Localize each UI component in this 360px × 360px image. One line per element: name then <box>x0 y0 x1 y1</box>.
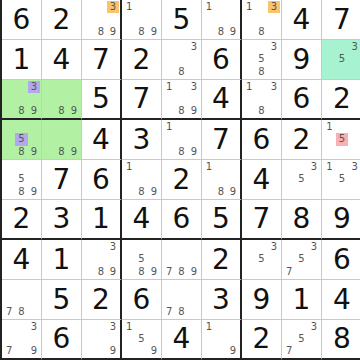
cell-r9c4[interactable]: 159 <box>122 320 162 360</box>
candidate-5: 5 <box>255 253 267 265</box>
candidate-8: 8 <box>15 105 27 117</box>
cell-r5c1[interactable]: 589 <box>2 160 42 200</box>
cell-r7c6[interactable]: 2 <box>202 240 242 280</box>
candidate-6 <box>28 173 40 185</box>
pencil-marks: 159 <box>123 321 160 357</box>
candidate-4 <box>243 53 255 65</box>
candidate-9: 9 <box>148 186 160 198</box>
candidate-7: 7 <box>163 306 175 318</box>
candidate-4 <box>163 93 175 105</box>
candidate-4 <box>163 133 175 145</box>
candidate-1 <box>243 41 255 53</box>
candidate-3 <box>148 321 160 333</box>
cell-r6c6[interactable]: 5 <box>202 200 242 240</box>
cell-r7c7[interactable]: 35 <box>242 240 282 280</box>
pencil-marks: 138 <box>243 1 280 38</box>
candidate-4 <box>123 333 135 345</box>
candidate-8 <box>336 66 349 78</box>
pencil-marks: 35 <box>323 41 360 78</box>
cell-value: 2 <box>242 320 281 358</box>
candidate-1 <box>3 281 15 293</box>
candidate-9 <box>348 186 360 198</box>
candidate-8 <box>255 266 267 278</box>
candidate-7 <box>163 146 175 158</box>
cell-r1c9[interactable]: 7 <box>322 0 360 40</box>
candidate-2 <box>55 81 67 93</box>
candidate-2 <box>175 121 187 133</box>
candidate-7 <box>3 146 15 158</box>
cell-value: 5 <box>82 80 120 118</box>
candidate-5 <box>255 93 267 105</box>
cell-r1c5[interactable]: 5 <box>162 0 202 40</box>
candidate-7: 7 <box>3 345 15 357</box>
cell-value: 3 <box>122 120 161 159</box>
candidate-1 <box>43 121 55 133</box>
candidate-1 <box>83 321 95 333</box>
cell-value: 7 <box>242 200 281 238</box>
candidate-3 <box>28 121 40 133</box>
candidate-2 <box>135 1 147 13</box>
candidate-4 <box>43 133 55 145</box>
candidate-1: 1 <box>123 161 135 173</box>
cell-r4c7[interactable]: 6 <box>242 120 282 160</box>
candidate-3 <box>68 81 80 93</box>
cell-r8c8[interactable]: 1 <box>282 280 322 320</box>
cell-value: 4 <box>242 160 281 199</box>
candidate-6 <box>28 133 40 145</box>
pencil-marks: 389 <box>83 241 119 278</box>
candidate-4 <box>83 253 95 265</box>
cell-r5c8[interactable]: 35 <box>282 160 322 200</box>
cell-r6c9[interactable]: 9 <box>322 200 360 240</box>
pencil-marks: 15 <box>323 121 360 158</box>
cell-r4c2[interactable]: 89 <box>42 120 82 160</box>
candidate-5 <box>175 293 187 305</box>
candidate-1 <box>323 41 336 53</box>
candidate-8: 8 <box>175 146 187 158</box>
candidate-3: 3 <box>268 81 280 93</box>
candidate-6 <box>148 13 160 25</box>
candidate-3 <box>188 241 200 253</box>
candidate-2 <box>215 321 227 333</box>
pencil-marks: 358 <box>243 41 280 78</box>
candidate-4 <box>123 253 135 265</box>
candidate-3 <box>348 121 360 133</box>
cell-value: 8 <box>322 320 360 358</box>
candidate-2 <box>336 161 349 173</box>
candidate-3 <box>227 1 239 13</box>
candidate-1: 1 <box>243 81 255 93</box>
cell-r2c4[interactable]: 2 <box>122 40 162 80</box>
cell-r1c8[interactable]: 4 <box>282 0 322 40</box>
candidate-7 <box>163 105 175 117</box>
candidate-2 <box>135 241 147 253</box>
candidate-5 <box>215 173 227 185</box>
candidate-5 <box>135 13 147 25</box>
pencil-marks: 78 <box>3 281 40 318</box>
candidate-3: 3 <box>348 41 360 53</box>
candidate-9: 9 <box>28 345 40 357</box>
candidate-6 <box>188 293 200 305</box>
cell-r3c2[interactable]: 89 <box>42 80 82 120</box>
cell-value: 1 <box>282 280 321 319</box>
candidate-6 <box>227 13 239 25</box>
candidate-3: 3 <box>268 41 280 53</box>
cell-r4c1[interactable]: 589 <box>2 120 42 160</box>
candidate-5 <box>215 333 227 345</box>
cell-r9c6[interactable]: 19 <box>202 320 242 360</box>
candidate-7 <box>163 66 175 78</box>
candidate-6 <box>148 173 160 185</box>
candidate-2 <box>215 161 227 173</box>
candidate-9: 9 <box>188 146 200 158</box>
candidate-5: 5 <box>336 53 349 65</box>
cell-value: 9 <box>242 280 281 319</box>
cell-r3c4[interactable]: 7 <box>122 80 162 120</box>
cell-r1c7[interactable]: 138 <box>242 0 282 40</box>
candidate-2 <box>255 81 267 93</box>
candidate-4 <box>3 93 15 105</box>
pencil-marks: 589 <box>123 241 160 278</box>
candidate-5 <box>215 13 227 25</box>
cell-value: 5 <box>42 280 81 319</box>
cell-r6c1[interactable]: 2 <box>2 200 42 240</box>
cell-r1c1[interactable]: 6 <box>2 0 42 40</box>
candidate-2 <box>295 161 307 173</box>
candidate-6 <box>348 133 360 145</box>
cell-r3c5[interactable]: 1389 <box>162 80 202 120</box>
cell-r2c7[interactable]: 358 <box>242 40 282 80</box>
pencil-marks: 357 <box>283 241 320 278</box>
candidate-5: 5 <box>15 173 27 185</box>
candidate-3: 3 <box>268 1 280 13</box>
cell-r6c2[interactable]: 3 <box>42 200 82 240</box>
cell-r9c7[interactable]: 2 <box>242 320 282 360</box>
cell-value: 6 <box>322 240 360 279</box>
candidate-9: 9 <box>28 146 40 158</box>
candidate-2 <box>175 81 187 93</box>
candidate-8: 8 <box>175 105 187 117</box>
candidate-7 <box>123 266 135 278</box>
cell-r2c8[interactable]: 9 <box>282 40 322 80</box>
candidate-4 <box>3 173 15 185</box>
candidate-7 <box>283 186 295 198</box>
candidate-2 <box>15 121 27 133</box>
cell-r3c3[interactable]: 5 <box>82 80 122 120</box>
candidate-9 <box>308 186 320 198</box>
candidate-4 <box>123 173 135 185</box>
candidate-5 <box>135 173 147 185</box>
cell-r5c3[interactable]: 6 <box>82 160 122 200</box>
cell-value: 2 <box>42 0 81 39</box>
candidate-5: 5 <box>295 173 307 185</box>
candidate-5: 5 <box>135 333 147 345</box>
candidate-3: 3 <box>188 81 200 93</box>
pencil-marks: 357 <box>283 321 320 357</box>
candidate-7 <box>243 266 255 278</box>
candidate-8 <box>295 186 307 198</box>
candidate-7: 7 <box>283 266 295 278</box>
candidate-3 <box>148 1 160 13</box>
cell-r6c7[interactable]: 7 <box>242 200 282 240</box>
candidate-2 <box>255 241 267 253</box>
candidate-3: 3 <box>308 161 320 173</box>
cell-r5c9[interactable]: 135 <box>322 160 360 200</box>
candidate-6 <box>227 333 239 345</box>
candidate-3: 3 <box>28 81 40 93</box>
cell-r8c6[interactable]: 3 <box>202 280 242 320</box>
cell-r9c9[interactable]: 8 <box>322 320 360 360</box>
candidate-4 <box>283 253 295 265</box>
candidate-3 <box>188 281 200 293</box>
candidate-9: 9 <box>68 105 80 117</box>
cell-value: 4 <box>202 80 240 118</box>
cell-r3c1[interactable]: 389 <box>2 80 42 120</box>
cell-r7c8[interactable]: 357 <box>282 240 322 280</box>
candidate-5 <box>15 93 27 105</box>
cell-r8c9[interactable]: 4 <box>322 280 360 320</box>
candidate-4 <box>323 173 336 185</box>
cell-value: 9 <box>322 200 360 238</box>
candidate-3 <box>28 161 40 173</box>
candidate-9 <box>348 146 360 158</box>
candidate-4 <box>43 93 55 105</box>
cell-value: 7 <box>122 80 161 118</box>
candidate-4 <box>243 93 255 105</box>
cell-r7c3[interactable]: 389 <box>82 240 122 280</box>
candidate-2 <box>295 241 307 253</box>
candidate-3: 3 <box>107 1 119 13</box>
candidate-1: 1 <box>203 161 215 173</box>
candidate-3 <box>227 321 239 333</box>
cell-value: 2 <box>282 120 321 159</box>
candidate-2 <box>215 1 227 13</box>
cell-r2c2[interactable]: 4 <box>42 40 82 80</box>
candidate-6 <box>308 333 320 345</box>
candidate-1: 1 <box>323 161 336 173</box>
pencil-marks: 1389 <box>163 81 200 117</box>
candidate-7 <box>3 186 15 198</box>
candidate-9: 9 <box>188 266 200 278</box>
candidate-1: 1 <box>123 1 135 13</box>
cell-value: 6 <box>2 0 41 39</box>
candidate-2 <box>15 321 27 333</box>
cell-r3c9[interactable]: 2 <box>322 80 360 120</box>
candidate-4 <box>203 173 215 185</box>
cell-r7c1[interactable]: 4 <box>2 240 42 280</box>
candidate-6 <box>308 173 320 185</box>
candidate-9: 9 <box>68 146 80 158</box>
candidate-4 <box>163 253 175 265</box>
cell-r8c1[interactable]: 78 <box>2 280 42 320</box>
cell-r8c7[interactable]: 9 <box>242 280 282 320</box>
candidate-5 <box>175 93 187 105</box>
candidate-9: 9 <box>227 26 239 38</box>
candidate-5 <box>55 93 67 105</box>
cell-r3c8[interactable]: 6 <box>282 80 322 120</box>
cell-r9c1[interactable]: 379 <box>2 320 42 360</box>
cell-r4c4[interactable]: 3 <box>122 120 162 160</box>
candidate-5: 5 <box>295 333 307 345</box>
candidate-7 <box>243 66 255 78</box>
candidate-9 <box>28 306 40 318</box>
cell-r5c5[interactable]: 2 <box>162 160 202 200</box>
cell-r2c6[interactable]: 6 <box>202 40 242 80</box>
cell-value: 2 <box>162 160 201 199</box>
candidate-9: 9 <box>28 105 40 117</box>
candidate-3: 3 <box>28 321 40 333</box>
candidate-4 <box>3 293 15 305</box>
candidate-9 <box>308 345 320 357</box>
candidate-6 <box>28 293 40 305</box>
cell-r7c5[interactable]: 789 <box>162 240 202 280</box>
candidate-3: 3 <box>308 241 320 253</box>
cell-r1c6[interactable]: 189 <box>202 0 242 40</box>
cell-r4c6[interactable]: 7 <box>202 120 242 160</box>
candidate-9: 9 <box>107 345 119 357</box>
cell-r9c5[interactable]: 4 <box>162 320 202 360</box>
candidate-6 <box>268 253 280 265</box>
cell-r2c5[interactable]: 38 <box>162 40 202 80</box>
candidate-2 <box>15 281 27 293</box>
pencil-marks: 135 <box>323 161 360 198</box>
candidate-9 <box>308 266 320 278</box>
cell-r7c2[interactable]: 1 <box>42 240 82 280</box>
cell-r6c5[interactable]: 6 <box>162 200 202 240</box>
cell-r5c7[interactable]: 4 <box>242 160 282 200</box>
candidate-9 <box>348 66 360 78</box>
candidate-5: 5 <box>336 133 349 145</box>
cell-r8c3[interactable]: 2 <box>82 280 122 320</box>
candidate-7 <box>123 186 135 198</box>
cell-r4c3[interactable]: 4 <box>82 120 122 160</box>
pencil-marks: 189 <box>123 1 160 38</box>
cell-r5c2[interactable]: 7 <box>42 160 82 200</box>
pencil-marks: 19 <box>203 321 239 357</box>
cell-r9c2[interactable]: 6 <box>42 320 82 360</box>
pencil-marks: 389 <box>3 81 40 117</box>
candidate-8: 8 <box>135 26 147 38</box>
cell-r3c7[interactable]: 138 <box>242 80 282 120</box>
candidate-8: 8 <box>215 26 227 38</box>
candidate-7: 7 <box>283 345 295 357</box>
candidate-8 <box>215 345 227 357</box>
candidate-8: 8 <box>135 186 147 198</box>
cell-r2c3[interactable]: 7 <box>82 40 122 80</box>
candidate-8: 8 <box>135 266 147 278</box>
candidate-2 <box>95 321 107 333</box>
candidate-1: 1 <box>163 81 175 93</box>
cell-r2c9[interactable]: 35 <box>322 40 360 80</box>
pencil-marks: 35 <box>283 161 320 198</box>
candidate-5 <box>175 253 187 265</box>
candidate-9: 9 <box>28 186 40 198</box>
candidate-7: 7 <box>3 306 15 318</box>
cell-r5c6[interactable]: 189 <box>202 160 242 200</box>
cell-r8c4[interactable]: 6 <box>122 280 162 320</box>
candidate-8: 8 <box>15 146 27 158</box>
cell-value: 7 <box>42 160 81 199</box>
candidate-9: 9 <box>148 26 160 38</box>
cell-r4c8[interactable]: 2 <box>282 120 322 160</box>
pencil-marks: 138 <box>243 81 280 117</box>
candidate-5 <box>95 333 107 345</box>
candidate-7 <box>203 345 215 357</box>
cell-value: 9 <box>282 40 321 79</box>
cell-value: 4 <box>162 320 201 358</box>
candidate-8 <box>95 345 107 357</box>
cell-value: 5 <box>162 0 201 39</box>
pencil-marks: 78 <box>163 281 200 318</box>
pencil-marks: 89 <box>43 81 80 117</box>
candidate-5: 5 <box>135 253 147 265</box>
candidate-1 <box>283 321 295 333</box>
candidate-3: 3 <box>268 241 280 253</box>
candidate-8: 8 <box>15 186 27 198</box>
candidate-9: 9 <box>227 345 239 357</box>
pencil-marks: 589 <box>3 161 40 198</box>
candidate-1: 1 <box>163 121 175 133</box>
cell-r8c5[interactable]: 78 <box>162 280 202 320</box>
cell-r5c4[interactable]: 189 <box>122 160 162 200</box>
cell-r1c2[interactable]: 2 <box>42 0 82 40</box>
candidate-6 <box>308 253 320 265</box>
cell-value: 4 <box>82 120 120 159</box>
candidate-2 <box>95 241 107 253</box>
candidate-1: 1 <box>243 1 255 13</box>
cell-r2c1[interactable]: 1 <box>2 40 42 80</box>
candidate-8: 8 <box>255 66 267 78</box>
candidate-7 <box>3 105 15 117</box>
candidate-2 <box>175 41 187 53</box>
cell-r3c6[interactable]: 4 <box>202 80 242 120</box>
cell-r6c3[interactable]: 1 <box>82 200 122 240</box>
pencil-marks: 38 <box>163 41 200 78</box>
candidate-1 <box>283 241 295 253</box>
candidate-8: 8 <box>255 26 267 38</box>
candidate-6 <box>148 333 160 345</box>
candidate-4 <box>243 13 255 25</box>
cell-r1c3[interactable]: 389 <box>82 0 122 40</box>
candidate-4 <box>323 53 336 65</box>
cell-r7c9[interactable]: 6 <box>322 240 360 280</box>
cell-r9c3[interactable]: 39 <box>82 320 122 360</box>
candidate-7 <box>323 186 336 198</box>
cell-r1c4[interactable]: 189 <box>122 0 162 40</box>
candidate-6 <box>107 253 119 265</box>
candidate-7 <box>243 26 255 38</box>
cell-r6c8[interactable]: 8 <box>282 200 322 240</box>
cell-value: 1 <box>2 40 41 79</box>
candidate-5: 5 <box>255 53 267 65</box>
candidate-5: 5 <box>295 253 307 265</box>
cell-r4c9[interactable]: 15 <box>322 120 360 160</box>
cell-r8c2[interactable]: 5 <box>42 280 82 320</box>
pencil-marks: 39 <box>83 321 119 357</box>
candidate-9 <box>268 105 280 117</box>
cell-r6c4[interactable]: 4 <box>122 200 162 240</box>
candidate-2 <box>95 1 107 13</box>
cell-r9c8[interactable]: 357 <box>282 320 322 360</box>
candidate-8 <box>135 345 147 357</box>
candidate-6 <box>68 133 80 145</box>
candidate-8: 8 <box>215 186 227 198</box>
candidate-5 <box>55 133 67 145</box>
candidate-1 <box>163 41 175 53</box>
cell-r4c5[interactable]: 189 <box>162 120 202 160</box>
cell-r7c4[interactable]: 589 <box>122 240 162 280</box>
candidate-9: 9 <box>148 266 160 278</box>
